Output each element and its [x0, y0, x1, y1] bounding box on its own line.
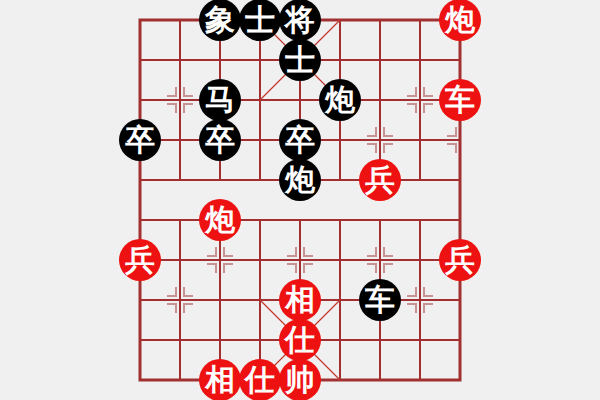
piece-red-pawn[interactable]: 兵: [359, 159, 401, 201]
point-marker: [447, 127, 473, 153]
piece-black-advisor[interactable]: 士: [279, 39, 321, 81]
piece-red-elephant[interactable]: 相: [199, 359, 241, 400]
piece-black-chariot[interactable]: 车: [359, 279, 401, 321]
piece-black-pawn[interactable]: 卒: [199, 119, 241, 161]
piece-black-cannon[interactable]: 炮: [319, 79, 361, 121]
point-marker: [407, 87, 433, 113]
point-marker: [407, 287, 433, 313]
piece-black-cannon[interactable]: 炮: [279, 159, 321, 201]
piece-black-horse[interactable]: 马: [199, 79, 241, 121]
xiangqi-board: 象士将士马炮卒卒卒炮车炮车兵炮兵兵相仕相仕帅: [120, 0, 480, 400]
piece-black-pawn[interactable]: 卒: [119, 119, 161, 161]
piece-red-chariot[interactable]: 车: [439, 79, 481, 121]
app-background: 象士将士马炮卒卒卒炮车炮车兵炮兵兵相仕相仕帅: [0, 0, 600, 400]
piece-red-pawn[interactable]: 兵: [119, 239, 161, 281]
piece-red-cannon[interactable]: 炮: [439, 0, 481, 41]
piece-black-elephant[interactable]: 象: [199, 0, 241, 41]
piece-red-advisor[interactable]: 仕: [279, 319, 321, 361]
piece-black-general[interactable]: 将: [279, 0, 321, 41]
point-marker: [367, 247, 393, 273]
piece-red-pawn[interactable]: 兵: [439, 239, 481, 281]
pieces-layer: 象士将士马炮卒卒卒炮车炮车兵炮兵兵相仕相仕帅: [120, 0, 480, 400]
point-marker: [167, 87, 193, 113]
point-marker: [287, 247, 313, 273]
piece-black-pawn[interactable]: 卒: [279, 119, 321, 161]
piece-red-cannon[interactable]: 炮: [199, 199, 241, 241]
piece-red-elephant[interactable]: 相: [279, 279, 321, 321]
piece-black-advisor[interactable]: 士: [239, 0, 281, 41]
piece-red-advisor[interactable]: 仕: [239, 359, 281, 400]
point-marker: [367, 127, 393, 153]
point-marker: [167, 287, 193, 313]
point-marker: [207, 247, 233, 273]
piece-red-general[interactable]: 帅: [279, 359, 321, 400]
